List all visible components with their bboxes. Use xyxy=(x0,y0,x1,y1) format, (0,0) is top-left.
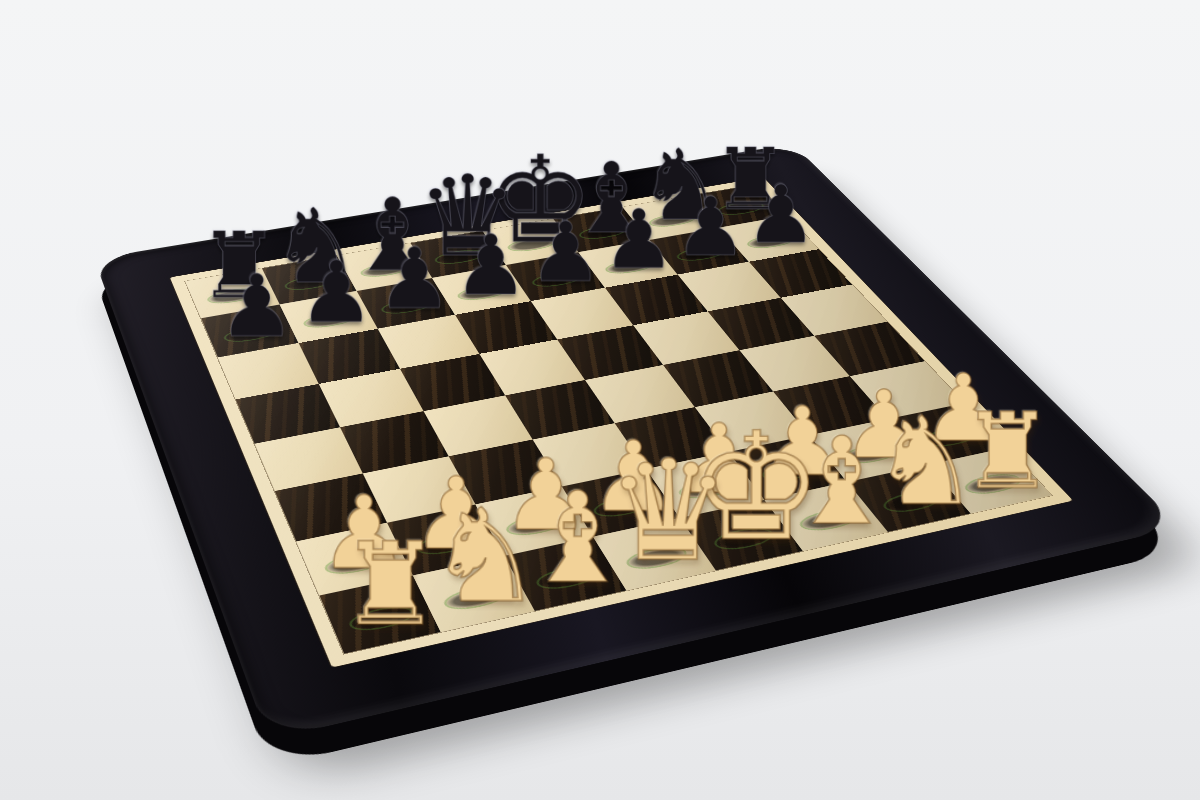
piece-black-pawn-f7[interactable]: ♟ xyxy=(602,203,675,278)
piece-black-pawn-a7[interactable]: ♟ xyxy=(218,268,295,347)
scene: ♜♞♝♛♚♝♞♜♟♟♟♟♟♟♟♟♟♟♟♟♟♟♟♟♜♞♝♛♚♝♞♜ xyxy=(0,0,1200,800)
piece-black-pawn-b7[interactable]: ♟ xyxy=(298,254,374,332)
piece-white-knight-b1[interactable]: ♞ xyxy=(427,497,543,616)
piece-black-pawn-d7[interactable]: ♟ xyxy=(454,228,529,304)
photo-stage: ♜♞♝♛♚♝♞♜♟♟♟♟♟♟♟♟♟♟♟♟♟♟♟♟♜♞♝♛♚♝♞♜ xyxy=(0,0,1200,800)
piece-black-pawn-g7[interactable]: ♟ xyxy=(675,191,747,265)
piece-black-pawn-e7[interactable]: ♟ xyxy=(529,215,603,291)
piece-black-pawn-c7[interactable]: ♟ xyxy=(377,241,452,318)
piece-black-pawn-h7[interactable]: ♟ xyxy=(745,179,817,252)
chess-board: ♜♞♝♛♚♝♞♜♟♟♟♟♟♟♟♟♟♟♟♟♟♟♟♟♜♞♝♛♚♝♞♜ xyxy=(94,144,1181,740)
piece-white-rook-a1[interactable]: ♜ xyxy=(339,532,441,637)
